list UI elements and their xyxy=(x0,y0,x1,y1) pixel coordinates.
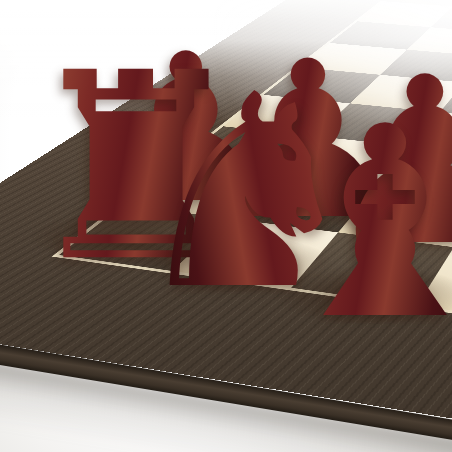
pieces-layer: ♟♟♟♜♞♝ xyxy=(0,0,452,452)
piece-bishop-c1: ♝ xyxy=(267,92,452,356)
chessboard-product-photo: ♟♟♟♜♞♝ 8/8/8/8/8/8/PPP5/RNB5 w - - 0 1 xyxy=(0,0,452,452)
